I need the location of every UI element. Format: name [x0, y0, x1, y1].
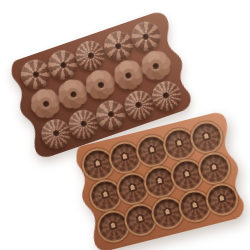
mold-bump-swirl [128, 18, 165, 55]
petal-ring [93, 77, 110, 94]
cavity-grid [80, 118, 239, 245]
petal-ring [38, 96, 55, 113]
mold-cavity-bundt [116, 172, 150, 206]
petal-ring [148, 58, 165, 75]
mold-cavity-bundt [108, 141, 142, 175]
petal-ring [65, 86, 82, 103]
petal-ring [120, 67, 137, 84]
mold-cavity-bundt [197, 151, 231, 185]
mold-cavity-bundt [124, 203, 158, 237]
mold-cavity-bundt [89, 179, 123, 213]
product-photo [0, 0, 250, 250]
mold-cavity-bundt [190, 120, 224, 154]
mold-cavity-bundt [151, 196, 185, 230]
mold-cavity-bundt [143, 165, 177, 199]
mold-cavity-bundt [170, 158, 204, 192]
mold-bump-daisy [138, 48, 175, 85]
mold-cavity-bundt [205, 183, 239, 217]
mold-cavity-bundt [96, 210, 130, 244]
mold-cavity-bundt [178, 189, 212, 223]
mold-cavity-bundt [81, 148, 115, 182]
mold-cavity-bundt [162, 127, 196, 161]
mold-cavity-bundt [135, 134, 169, 168]
